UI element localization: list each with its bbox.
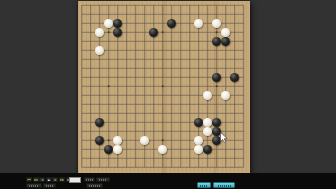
star-point	[216, 31, 218, 33]
button-label	[46, 185, 54, 187]
star-point	[162, 31, 164, 33]
button-label	[29, 185, 39, 187]
nav-first-button[interactable]: ⏮	[26, 177, 32, 182]
mouse-cursor-icon	[220, 132, 228, 143]
confirm-button[interactable]	[197, 182, 211, 188]
star-point	[108, 85, 110, 87]
action-button-3[interactable]	[86, 183, 103, 188]
nav-back-fast-button[interactable]: ◂◂	[33, 177, 39, 182]
button-label	[86, 179, 92, 181]
app-window: ⏮◂◂◂▴▸▸▸⏭	[0, 0, 336, 189]
star-point	[108, 31, 110, 33]
star-point	[162, 85, 164, 87]
bottom-control-bar: ⏮◂◂◂▴▸▸▸⏭	[0, 173, 336, 189]
button-label	[218, 185, 231, 187]
nav-forward-button[interactable]: ▸	[52, 177, 58, 182]
star-point	[108, 139, 110, 141]
button-label	[200, 185, 208, 187]
primary-action-button[interactable]	[213, 182, 235, 188]
move-number-input[interactable]	[69, 177, 81, 183]
button-label	[89, 185, 100, 187]
action-button-2[interactable]	[43, 183, 56, 188]
nav-marker-button[interactable]: ▴	[46, 177, 52, 182]
option-button-2[interactable]	[96, 177, 110, 182]
star-point	[216, 85, 218, 87]
go-board[interactable]	[78, 1, 250, 173]
option-button-1[interactable]	[84, 177, 95, 182]
button-label	[99, 179, 107, 181]
star-point	[162, 139, 164, 141]
nav-forward-fast-button[interactable]: ▸▸	[59, 177, 65, 182]
nav-back-button[interactable]: ◂	[39, 177, 45, 182]
action-button-1[interactable]	[26, 183, 42, 188]
